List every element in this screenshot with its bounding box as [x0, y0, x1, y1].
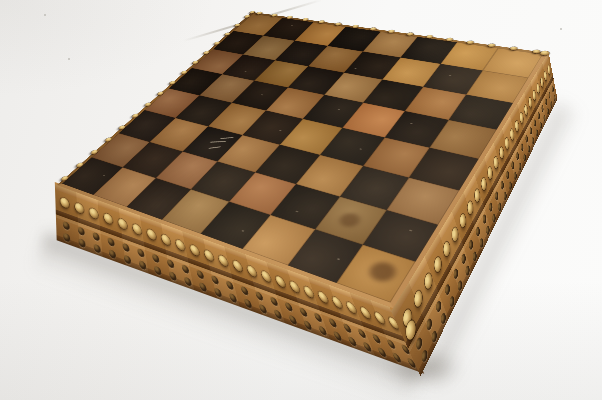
brass-stud	[146, 228, 156, 241]
brass-stud	[232, 259, 243, 272]
dark-stain	[333, 209, 367, 231]
brass-stud	[544, 70, 548, 82]
dark-stud	[444, 282, 451, 297]
dark-stud	[318, 325, 328, 336]
brass-stud	[246, 265, 257, 278]
brass-stud	[451, 225, 459, 244]
dark-stud	[460, 252, 466, 266]
dark-stud	[357, 328, 367, 339]
dark-stud	[520, 142, 524, 153]
dark-stud	[485, 224, 490, 237]
dark-stud	[181, 263, 189, 273]
dark-stud	[391, 352, 401, 363]
scuff-mark	[336, 258, 339, 260]
scuff-mark	[103, 174, 106, 175]
dark-stud	[430, 329, 437, 345]
dark-stud	[254, 290, 263, 300]
dark-stud	[288, 314, 297, 325]
dark-stud	[488, 201, 493, 213]
dark-stud	[452, 266, 458, 281]
dark-stud	[198, 282, 207, 293]
dark-stud	[210, 274, 219, 284]
dark-stud	[327, 317, 337, 328]
dark-stud	[464, 264, 470, 278]
dark-stud	[535, 128, 538, 138]
dark-stud	[537, 111, 540, 121]
brass-stud	[504, 136, 510, 151]
dark-stud	[153, 265, 161, 275]
dark-stud	[494, 190, 499, 202]
dark-stud	[550, 100, 553, 109]
dark-stud	[505, 169, 509, 180]
dark-stud	[213, 287, 222, 298]
brass-stud	[118, 218, 128, 231]
dark-stud	[531, 136, 534, 146]
dust-speck	[560, 28, 562, 30]
dark-stud	[529, 126, 532, 136]
dark-stud	[479, 237, 484, 250]
dark-stud	[225, 280, 234, 290]
brass-stud	[60, 197, 69, 209]
brass-stud	[514, 119, 519, 133]
brass-stud	[499, 145, 505, 160]
brass-stud	[509, 127, 514, 142]
dark-stud	[347, 336, 357, 347]
dark-stud	[457, 279, 463, 293]
brass-stud	[75, 202, 84, 215]
brass-stud	[204, 249, 215, 262]
brass-stud	[345, 301, 358, 315]
dark-stud	[525, 134, 528, 144]
dark-stud	[548, 91, 551, 100]
dark-stud	[371, 333, 381, 344]
dark-stud	[63, 232, 70, 242]
dark-stud	[386, 338, 396, 349]
dark-stud	[92, 231, 99, 241]
brass-stud	[331, 296, 343, 310]
dark-stud	[240, 285, 249, 295]
dark-stud	[503, 190, 507, 202]
scratch-mark	[209, 146, 221, 148]
dark-stud	[332, 330, 342, 341]
brass-stud	[519, 111, 524, 125]
scuff-mark	[448, 75, 451, 76]
brass-stud	[218, 254, 229, 267]
dark-stud	[168, 271, 176, 282]
dark-stud	[544, 97, 547, 106]
dark-stud	[425, 316, 433, 332]
dark-stud	[151, 253, 159, 263]
brass-stud	[289, 280, 301, 293]
brass-stud	[303, 285, 315, 298]
dark-stud	[377, 347, 387, 358]
dark-stud	[273, 309, 282, 320]
dark-stud	[497, 201, 501, 213]
scuff-mark	[279, 130, 282, 131]
dark-stud	[122, 242, 130, 252]
dark-stain	[360, 257, 404, 288]
dark-stud	[298, 306, 307, 317]
dark-stud	[539, 121, 542, 131]
brass-stud	[433, 254, 443, 275]
dark-stud	[196, 269, 204, 279]
dark-stud	[491, 212, 496, 224]
dark-stud	[137, 247, 145, 257]
dark-stud	[553, 94, 556, 103]
dark-stud	[543, 114, 546, 123]
dark-stud	[303, 320, 313, 331]
brass-stud	[524, 103, 529, 117]
dark-stud	[269, 296, 278, 307]
dark-stud	[547, 107, 550, 116]
dark-stud	[138, 260, 146, 270]
dark-stud	[228, 293, 237, 304]
dark-stud	[415, 335, 423, 352]
dark-stud	[166, 258, 174, 268]
dark-stud	[482, 213, 487, 226]
dark-stud	[523, 152, 527, 162]
scuff-mark	[295, 211, 298, 213]
dark-stud	[541, 104, 544, 113]
scuff-mark	[241, 230, 244, 232]
dark-stud	[258, 303, 267, 314]
brass-stud	[423, 270, 433, 291]
dark-stud	[108, 249, 116, 259]
dark-stud	[183, 276, 191, 287]
dark-stud	[448, 294, 455, 309]
photo-of-leather-games-box	[0, 0, 602, 400]
scuff-mark	[245, 71, 247, 72]
brass-stud	[547, 64, 551, 76]
scuff-mark	[337, 109, 340, 110]
brass-stud	[536, 82, 540, 95]
dark-stud	[533, 118, 536, 128]
brass-stud	[466, 199, 474, 217]
dark-stud	[475, 225, 480, 238]
brass-stud	[442, 239, 451, 259]
dark-stud	[440, 311, 447, 327]
dust-speck	[44, 14, 46, 16]
dark-stud	[123, 254, 131, 264]
brass-stud	[480, 176, 487, 193]
scuff-mark	[410, 123, 413, 124]
brass-stud	[275, 275, 287, 288]
brass-stud	[474, 187, 481, 204]
brass-stud	[317, 290, 329, 304]
brass-stud	[540, 76, 544, 88]
brass-stud	[189, 244, 200, 257]
brass-stud	[132, 223, 142, 236]
scuff-mark	[359, 148, 362, 149]
dark-stud	[515, 151, 519, 162]
brass-stud	[532, 89, 536, 102]
scuff-mark	[409, 229, 412, 231]
dark-stud	[468, 238, 474, 252]
dark-stud	[243, 298, 252, 309]
brass-stud	[459, 211, 467, 230]
brass-stud	[175, 239, 186, 252]
dark-stud	[472, 250, 478, 264]
brass-stud	[487, 165, 493, 181]
dark-stud	[93, 243, 101, 253]
dark-stud	[551, 84, 554, 93]
dark-stud	[420, 348, 428, 365]
dark-stud	[518, 161, 522, 172]
dark-stud	[78, 238, 85, 248]
dark-stud	[510, 160, 514, 171]
scuff-mark	[261, 94, 264, 95]
brass-stud	[260, 270, 272, 283]
brass-stud	[373, 311, 386, 325]
scratch-mark	[220, 137, 233, 139]
dark-stud	[342, 322, 352, 333]
brass-stud	[161, 233, 171, 246]
brass-stud	[528, 96, 532, 109]
dust-speck	[68, 58, 70, 60]
dark-stud	[77, 226, 84, 236]
dark-stud	[500, 179, 504, 191]
brass-stud	[103, 212, 113, 225]
scuff-mark	[291, 25, 293, 26]
scuff-mark	[354, 68, 357, 69]
brass-stud	[413, 288, 424, 310]
brass-stud	[359, 306, 372, 320]
dark-stud	[508, 180, 512, 191]
dark-stud	[513, 171, 517, 182]
dark-stud	[107, 237, 115, 247]
dark-stud	[435, 299, 442, 315]
dark-stud	[313, 312, 322, 323]
dark-stud	[62, 220, 69, 230]
dark-stud	[527, 144, 530, 154]
dark-stud	[362, 341, 372, 352]
brass-stud	[493, 155, 499, 171]
brass-stud	[89, 207, 98, 220]
scratch-mark	[210, 141, 226, 143]
dark-stud	[284, 301, 293, 312]
